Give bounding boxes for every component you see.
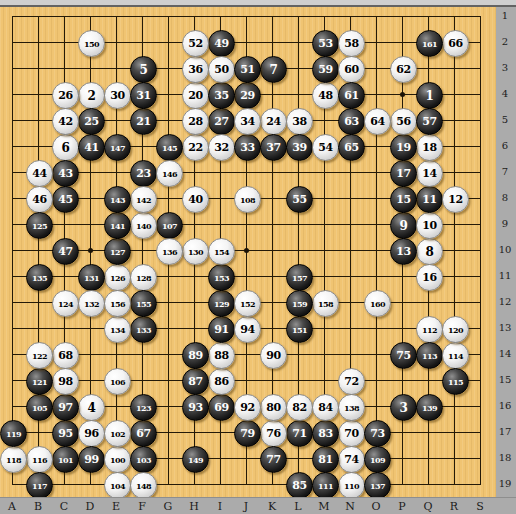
- stone-white: 50: [208, 56, 235, 83]
- stone-black: 27: [208, 108, 235, 135]
- stone-white: 54: [312, 134, 339, 161]
- stone-black: 113: [416, 342, 443, 369]
- row-label: 18: [495, 452, 515, 463]
- stone-black: 41: [78, 134, 105, 161]
- stone-white: 154: [208, 238, 235, 265]
- column-label: N: [340, 500, 360, 513]
- stone-black: 33: [234, 134, 261, 161]
- row-label: 19: [495, 478, 515, 489]
- stone-white: 150: [78, 30, 105, 57]
- stone-black: 17: [390, 160, 417, 187]
- stone-white: 96: [78, 420, 105, 447]
- stone-white: 130: [182, 238, 209, 265]
- stone-black: 1: [416, 82, 443, 109]
- stone-white: 136: [156, 238, 183, 265]
- column-label: D: [80, 500, 100, 513]
- star-point: [244, 248, 249, 253]
- stone-black: 131: [78, 264, 105, 291]
- stone-black: 81: [312, 446, 339, 473]
- star-point: [88, 248, 93, 253]
- stone-black: 91: [208, 316, 235, 343]
- stone-black: 75: [390, 342, 417, 369]
- stone-black: 45: [52, 186, 79, 213]
- stone-white: 124: [52, 290, 79, 317]
- row-label: 7: [495, 166, 515, 177]
- grid-line-horizontal: [12, 380, 481, 381]
- stone-white: 10: [416, 212, 443, 239]
- stone-white: 38: [286, 108, 313, 135]
- stone-black: 89: [182, 342, 209, 369]
- row-label: 11: [495, 270, 515, 281]
- column-label: A: [2, 500, 22, 513]
- stone-black: 63: [338, 108, 365, 135]
- stone-white: 76: [260, 420, 287, 447]
- stone-white: 92: [234, 394, 261, 421]
- column-label: L: [288, 500, 308, 513]
- stone-black: 51: [234, 56, 261, 83]
- stone-black: 119: [0, 420, 27, 447]
- stone-white: 88: [208, 342, 235, 369]
- stone-black: 47: [52, 238, 79, 265]
- stone-white: 28: [182, 108, 209, 135]
- column-label: G: [158, 500, 178, 513]
- stone-white: 68: [52, 342, 79, 369]
- stone-black: 93: [182, 394, 209, 421]
- stone-black: 153: [208, 264, 235, 291]
- stone-white: 64: [364, 108, 391, 135]
- stone-black: 53: [312, 30, 339, 57]
- stone-black: 23: [130, 160, 157, 187]
- row-label: 8: [495, 192, 515, 203]
- grid-line-vertical: [480, 16, 481, 485]
- stone-white: 152: [234, 290, 261, 317]
- column-label: F: [132, 500, 152, 513]
- stone-black: 39: [286, 134, 313, 161]
- stone-white: 108: [234, 186, 261, 213]
- stone-black: 107: [156, 212, 183, 239]
- stone-black: 127: [104, 238, 131, 265]
- stone-white: 110: [338, 472, 365, 499]
- stone-white: 52: [182, 30, 209, 57]
- column-label-strip: [0, 497, 516, 514]
- stone-white: 106: [104, 368, 131, 395]
- grid-line-vertical: [454, 16, 455, 485]
- stone-white: 160: [364, 290, 391, 317]
- grid-line-vertical: [376, 16, 377, 485]
- stone-white: 8: [416, 238, 443, 265]
- stone-black: 87: [182, 368, 209, 395]
- row-label: 3: [495, 62, 515, 73]
- stone-black: 159: [286, 290, 313, 317]
- stone-white: 86: [208, 368, 235, 395]
- row-label: 9: [495, 218, 515, 229]
- stone-white: 94: [234, 316, 261, 343]
- stone-white: 72: [338, 368, 365, 395]
- stone-white: 100: [104, 446, 131, 473]
- stone-white: 80: [260, 394, 287, 421]
- stone-white: 12: [442, 186, 469, 213]
- stone-white: 132: [78, 290, 105, 317]
- row-label: 4: [495, 88, 515, 99]
- stone-black: 13: [390, 238, 417, 265]
- stone-white: 122: [26, 342, 53, 369]
- stone-white: 60: [338, 56, 365, 83]
- stone-black: 151: [286, 316, 313, 343]
- star-point: [400, 92, 405, 97]
- stone-white: 116: [26, 446, 53, 473]
- column-label: H: [184, 500, 204, 513]
- column-label: S: [470, 500, 490, 513]
- stone-white: 156: [104, 290, 131, 317]
- stone-white: 22: [182, 134, 209, 161]
- stone-black: 77: [260, 446, 287, 473]
- stone-white: 148: [130, 472, 157, 499]
- column-label: E: [106, 500, 126, 513]
- row-label: 15: [495, 374, 515, 385]
- stone-black: 147: [104, 134, 131, 161]
- column-label: I: [210, 500, 230, 513]
- stone-black: 139: [416, 394, 443, 421]
- column-label: K: [262, 500, 282, 513]
- stone-white: 32: [208, 134, 235, 161]
- stone-white: 34: [234, 108, 261, 135]
- stone-white: 16: [416, 264, 443, 291]
- stone-white: 102: [104, 420, 131, 447]
- row-label: 17: [495, 426, 515, 437]
- stone-black: 37: [260, 134, 287, 161]
- column-label: J: [236, 500, 256, 513]
- column-label: O: [366, 500, 386, 513]
- row-label: 13: [495, 322, 515, 333]
- stone-black: 149: [182, 446, 209, 473]
- stone-black: 109: [364, 446, 391, 473]
- row-label: 12: [495, 296, 515, 307]
- stone-white: 158: [312, 290, 339, 317]
- stone-white: 44: [26, 160, 53, 187]
- row-label: 6: [495, 140, 515, 151]
- stone-white: 118: [0, 446, 27, 473]
- stone-black: 11: [416, 186, 443, 213]
- stone-white: 62: [390, 56, 417, 83]
- window-top-bar: [0, 0, 516, 7]
- stone-black: 155: [130, 290, 157, 317]
- stone-white: 140: [130, 212, 157, 239]
- stone-black: 101: [52, 446, 79, 473]
- stone-black: 59: [312, 56, 339, 83]
- column-label: M: [314, 500, 334, 513]
- stone-black: 95: [52, 420, 79, 447]
- stone-black: 97: [52, 394, 79, 421]
- stone-black: 115: [442, 368, 469, 395]
- stone-black: 65: [338, 134, 365, 161]
- row-label: 2: [495, 36, 515, 47]
- stone-white: 120: [442, 316, 469, 343]
- stone-black: 141: [104, 212, 131, 239]
- stone-black: 7: [260, 56, 287, 83]
- stone-white: 82: [286, 394, 313, 421]
- stone-black: 123: [130, 394, 157, 421]
- column-label: Q: [418, 500, 438, 513]
- stone-black: 25: [78, 108, 105, 135]
- stone-white: 18: [416, 134, 443, 161]
- stone-white: 6: [52, 134, 79, 161]
- stone-white: 142: [130, 186, 157, 213]
- stone-black: 103: [130, 446, 157, 473]
- stone-black: 15: [390, 186, 417, 213]
- stone-black: 73: [364, 420, 391, 447]
- stone-white: 42: [52, 108, 79, 135]
- stone-white: 134: [104, 316, 131, 343]
- stone-black: 3: [390, 394, 417, 421]
- stone-black: 5: [130, 56, 157, 83]
- stone-black: 21: [130, 108, 157, 135]
- stone-white: 112: [416, 316, 443, 343]
- stone-white: 128: [130, 264, 157, 291]
- stone-black: 71: [286, 420, 313, 447]
- stone-black: 61: [338, 82, 365, 109]
- stone-black: 19: [390, 134, 417, 161]
- stone-white: 48: [312, 82, 339, 109]
- stone-black: 129: [208, 290, 235, 317]
- stone-white: 104: [104, 472, 131, 499]
- stone-white: 114: [442, 342, 469, 369]
- stone-white: 56: [390, 108, 417, 135]
- stone-black: 43: [52, 160, 79, 187]
- stone-white: 36: [182, 56, 209, 83]
- stone-white: 98: [52, 368, 79, 395]
- row-label-strip: [496, 7, 516, 514]
- stone-white: 90: [260, 342, 287, 369]
- stone-white: 14: [416, 160, 443, 187]
- stone-black: 67: [130, 420, 157, 447]
- stone-black: 69: [208, 394, 235, 421]
- stone-black: 135: [26, 264, 53, 291]
- stone-black: 85: [286, 472, 313, 499]
- stone-black: 29: [234, 82, 261, 109]
- grid-line-horizontal: [12, 484, 481, 485]
- stone-white: 40: [182, 186, 209, 213]
- row-label: 5: [495, 114, 515, 125]
- row-label: 14: [495, 348, 515, 359]
- row-label: 1: [495, 10, 515, 21]
- stone-white: 66: [442, 30, 469, 57]
- row-label: 10: [495, 244, 515, 255]
- stone-white: 126: [104, 264, 131, 291]
- stone-black: 117: [26, 472, 53, 499]
- column-label: C: [54, 500, 74, 513]
- stone-black: 79: [234, 420, 261, 447]
- stone-black: 125: [26, 212, 53, 239]
- stone-white: 24: [260, 108, 287, 135]
- stone-black: 137: [364, 472, 391, 499]
- stone-black: 161: [416, 30, 443, 57]
- stone-white: 58: [338, 30, 365, 57]
- stone-white: 2: [78, 82, 105, 109]
- stone-white: 30: [104, 82, 131, 109]
- stone-black: 49: [208, 30, 235, 57]
- stone-white: 26: [52, 82, 79, 109]
- stone-black: 121: [26, 368, 53, 395]
- stone-white: 20: [182, 82, 209, 109]
- stone-black: 35: [208, 82, 235, 109]
- column-label: R: [444, 500, 464, 513]
- stone-black: 99: [78, 446, 105, 473]
- stone-black: 9: [390, 212, 417, 239]
- stone-black: 157: [286, 264, 313, 291]
- stone-white: 70: [338, 420, 365, 447]
- column-label: P: [392, 500, 412, 513]
- stone-black: 105: [26, 394, 53, 421]
- stone-black: 133: [130, 316, 157, 343]
- stone-black: 143: [104, 186, 131, 213]
- stone-white: 4: [78, 394, 105, 421]
- stone-black: 145: [156, 134, 183, 161]
- stone-black: 83: [312, 420, 339, 447]
- stone-black: 31: [130, 82, 157, 109]
- stone-black: 55: [286, 186, 313, 213]
- row-label: 16: [495, 400, 515, 411]
- screenshot-root: 1234567891011121314151617181920212223242…: [0, 0, 516, 514]
- go-board[interactable]: 1234567891011121314151617181920212223242…: [0, 7, 496, 497]
- stone-white: 138: [338, 394, 365, 421]
- stone-black: 57: [416, 108, 443, 135]
- stone-white: 146: [156, 160, 183, 187]
- stone-black: 111: [312, 472, 339, 499]
- stone-white: 46: [26, 186, 53, 213]
- stone-white: 74: [338, 446, 365, 473]
- stone-white: 84: [312, 394, 339, 421]
- column-label: B: [28, 500, 48, 513]
